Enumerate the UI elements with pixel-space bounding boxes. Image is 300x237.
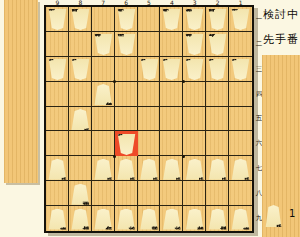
sente-komadai: 歩兵 1 bbox=[262, 55, 300, 237]
square-3f[interactable] bbox=[183, 131, 206, 156]
square-6c[interactable] bbox=[115, 57, 138, 82]
status-label: 検討中 bbox=[263, 7, 299, 22]
square-9d[interactable] bbox=[46, 82, 69, 107]
square-4b[interactable] bbox=[160, 32, 183, 57]
square-6d[interactable] bbox=[115, 82, 138, 107]
square-2f[interactable] bbox=[206, 131, 229, 156]
square-1b[interactable] bbox=[229, 32, 252, 57]
square-1h[interactable] bbox=[229, 181, 252, 206]
square-8d[interactable] bbox=[69, 82, 92, 107]
gote-komadai bbox=[4, 0, 38, 183]
square-5d[interactable] bbox=[138, 82, 161, 107]
square-4e[interactable] bbox=[160, 107, 183, 132]
square-1f[interactable] bbox=[229, 131, 252, 156]
star-point bbox=[182, 80, 185, 83]
square-9b[interactable] bbox=[46, 32, 69, 57]
hand-piece-count: 1 bbox=[289, 208, 295, 219]
square-6h[interactable] bbox=[115, 181, 138, 206]
square-8g[interactable] bbox=[69, 156, 92, 181]
square-5f[interactable] bbox=[138, 131, 161, 156]
square-4d[interactable] bbox=[160, 82, 183, 107]
square-9h[interactable] bbox=[46, 181, 69, 206]
rank-label-2: 二 bbox=[256, 32, 263, 57]
rank-label-1: 一 bbox=[256, 7, 263, 32]
square-7e[interactable] bbox=[92, 107, 115, 132]
square-4f[interactable] bbox=[160, 131, 183, 156]
square-5b[interactable] bbox=[138, 32, 161, 57]
square-7h[interactable] bbox=[92, 181, 115, 206]
star-point bbox=[182, 155, 185, 158]
square-2e[interactable] bbox=[206, 107, 229, 132]
square-4h[interactable] bbox=[160, 181, 183, 206]
shogi-board[interactable]: 香車桂馬金将金将王将桂馬香車銀将飛車銀将角行歩兵歩兵歩兵歩兵歩兵歩兵歩兵歩兵銀将… bbox=[44, 5, 254, 233]
turn-indicator: 先手番 bbox=[263, 32, 299, 47]
square-5h[interactable] bbox=[138, 181, 161, 206]
square-1d[interactable] bbox=[229, 82, 252, 107]
square-2h[interactable] bbox=[206, 181, 229, 206]
square-2d[interactable] bbox=[206, 82, 229, 107]
square-3d[interactable] bbox=[183, 82, 206, 107]
star-point bbox=[113, 155, 116, 158]
square-9f[interactable] bbox=[46, 131, 69, 156]
square-3e[interactable] bbox=[183, 107, 206, 132]
square-7c[interactable] bbox=[92, 57, 115, 82]
square-3h[interactable] bbox=[183, 181, 206, 206]
square-8f[interactable] bbox=[69, 131, 92, 156]
square-5a[interactable] bbox=[138, 7, 161, 32]
square-5e[interactable] bbox=[138, 107, 161, 132]
square-9e[interactable] bbox=[46, 107, 69, 132]
hand-piece-pawn[interactable]: 歩兵 bbox=[265, 205, 282, 227]
square-6e[interactable] bbox=[115, 107, 138, 132]
square-8b[interactable] bbox=[69, 32, 92, 57]
square-7f[interactable] bbox=[92, 131, 115, 156]
square-7a[interactable] bbox=[92, 7, 115, 32]
square-1e[interactable] bbox=[229, 107, 252, 132]
